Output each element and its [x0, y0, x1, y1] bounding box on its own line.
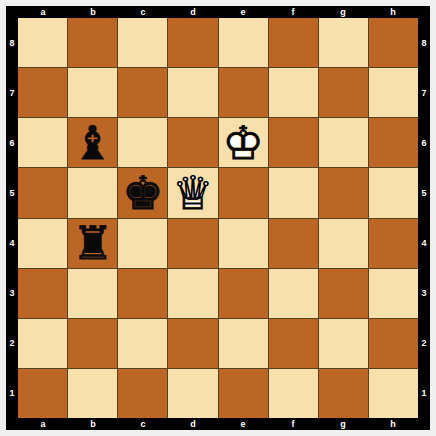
square-h7[interactable] [369, 68, 418, 117]
square-f3[interactable] [269, 269, 318, 318]
file-label-b: b [68, 6, 118, 18]
chess-board[interactable]: ♝♚♔♚♛♕♜ [18, 18, 418, 418]
white-king[interactable]: ♚♔ [219, 118, 268, 167]
square-a8[interactable] [18, 18, 67, 67]
square-f2[interactable] [269, 319, 318, 368]
square-a1[interactable] [18, 369, 67, 418]
square-d2[interactable] [168, 319, 217, 368]
black-bishop[interactable]: ♝ [68, 118, 117, 167]
file-label-a: a [18, 418, 68, 430]
black-king-glyph: ♚ [118, 168, 167, 217]
board-frame: abcdefgh 87654321 ♝♚♔♚♛♕♜ 87654321 abcde… [6, 6, 430, 430]
chess-diagram: abcdefgh 87654321 ♝♚♔♚♛♕♜ 87654321 abcde… [0, 0, 436, 436]
square-f4[interactable] [269, 219, 318, 268]
file-label-e: e [218, 418, 268, 430]
file-label-e: e [218, 6, 268, 18]
square-b4[interactable]: ♜ [68, 219, 117, 268]
square-d4[interactable] [168, 219, 217, 268]
black-rook[interactable]: ♜ [68, 219, 117, 268]
square-a2[interactable] [18, 319, 67, 368]
square-b8[interactable] [68, 18, 117, 67]
square-d5[interactable]: ♛♕ [168, 168, 217, 217]
square-b3[interactable] [68, 269, 117, 318]
file-label-h: h [368, 418, 418, 430]
rank-label-1: 1 [421, 387, 426, 399]
square-b5[interactable] [68, 168, 117, 217]
square-c6[interactable] [118, 118, 167, 167]
square-g4[interactable] [319, 219, 368, 268]
file-label-c: c [118, 418, 168, 430]
rank-label-5: 5 [9, 187, 14, 199]
square-e1[interactable] [219, 369, 268, 418]
rank-label-6: 6 [9, 137, 14, 149]
square-e7[interactable] [219, 68, 268, 117]
rank-label-8: 8 [421, 37, 426, 49]
square-b7[interactable] [68, 68, 117, 117]
square-f7[interactable] [269, 68, 318, 117]
square-g6[interactable] [319, 118, 368, 167]
square-e6[interactable]: ♚♔ [219, 118, 268, 167]
rank-labels-right: 87654321 [418, 18, 430, 418]
square-h3[interactable] [369, 269, 418, 318]
rank-label-7: 7 [421, 87, 426, 99]
square-c8[interactable] [118, 18, 167, 67]
white-king-outline: ♔ [219, 118, 268, 167]
file-label-d: d [168, 418, 218, 430]
square-e8[interactable] [219, 18, 268, 67]
square-e4[interactable] [219, 219, 268, 268]
black-king[interactable]: ♚ [118, 168, 167, 217]
square-h6[interactable] [369, 118, 418, 167]
square-b2[interactable] [68, 319, 117, 368]
file-labels-top: abcdefgh [18, 6, 418, 18]
square-c4[interactable] [118, 219, 167, 268]
square-d3[interactable] [168, 269, 217, 318]
white-queen[interactable]: ♛♕ [168, 168, 217, 217]
rank-label-4: 4 [421, 237, 426, 249]
square-h1[interactable] [369, 369, 418, 418]
white-queen-outline: ♕ [168, 168, 217, 217]
square-h5[interactable] [369, 168, 418, 217]
rank-label-7: 7 [9, 87, 14, 99]
square-g3[interactable] [319, 269, 368, 318]
square-d8[interactable] [168, 18, 217, 67]
square-h2[interactable] [369, 319, 418, 368]
square-h8[interactable] [369, 18, 418, 67]
square-b1[interactable] [68, 369, 117, 418]
square-a5[interactable] [18, 168, 67, 217]
black-rook-glyph: ♜ [68, 219, 117, 268]
square-c3[interactable] [118, 269, 167, 318]
file-label-g: g [318, 418, 368, 430]
square-c1[interactable] [118, 369, 167, 418]
square-g7[interactable] [319, 68, 368, 117]
rank-label-3: 3 [421, 287, 426, 299]
file-label-c: c [118, 6, 168, 18]
square-c2[interactable] [118, 319, 167, 368]
file-label-h: h [368, 6, 418, 18]
square-e2[interactable] [219, 319, 268, 368]
square-c5[interactable]: ♚ [118, 168, 167, 217]
square-g5[interactable] [319, 168, 368, 217]
square-d6[interactable] [168, 118, 217, 167]
rank-label-8: 8 [9, 37, 14, 49]
square-e3[interactable] [219, 269, 268, 318]
square-e5[interactable] [219, 168, 268, 217]
square-h4[interactable] [369, 219, 418, 268]
square-f6[interactable] [269, 118, 318, 167]
square-f1[interactable] [269, 369, 318, 418]
file-label-f: f [268, 6, 318, 18]
square-f8[interactable] [269, 18, 318, 67]
square-a4[interactable] [18, 219, 67, 268]
square-c7[interactable] [118, 68, 167, 117]
rank-label-4: 4 [9, 237, 14, 249]
rank-labels-left: 87654321 [6, 18, 18, 418]
file-label-d: d [168, 6, 218, 18]
file-label-g: g [318, 6, 368, 18]
file-label-a: a [18, 6, 68, 18]
rank-label-1: 1 [9, 387, 14, 399]
square-b6[interactable]: ♝ [68, 118, 117, 167]
file-labels-bottom: abcdefgh [18, 418, 418, 430]
rank-label-5: 5 [421, 187, 426, 199]
file-label-f: f [268, 418, 318, 430]
rank-label-3: 3 [9, 287, 14, 299]
square-a7[interactable] [18, 68, 67, 117]
square-g8[interactable] [319, 18, 368, 67]
square-g1[interactable] [319, 369, 368, 418]
file-label-b: b [68, 418, 118, 430]
square-d1[interactable] [168, 369, 217, 418]
black-bishop-glyph: ♝ [68, 118, 117, 167]
square-f5[interactable] [269, 168, 318, 217]
square-g2[interactable] [319, 319, 368, 368]
square-d7[interactable] [168, 68, 217, 117]
rank-label-6: 6 [421, 137, 426, 149]
rank-label-2: 2 [9, 337, 14, 349]
square-a6[interactable] [18, 118, 67, 167]
square-a3[interactable] [18, 269, 67, 318]
rank-label-2: 2 [421, 337, 426, 349]
